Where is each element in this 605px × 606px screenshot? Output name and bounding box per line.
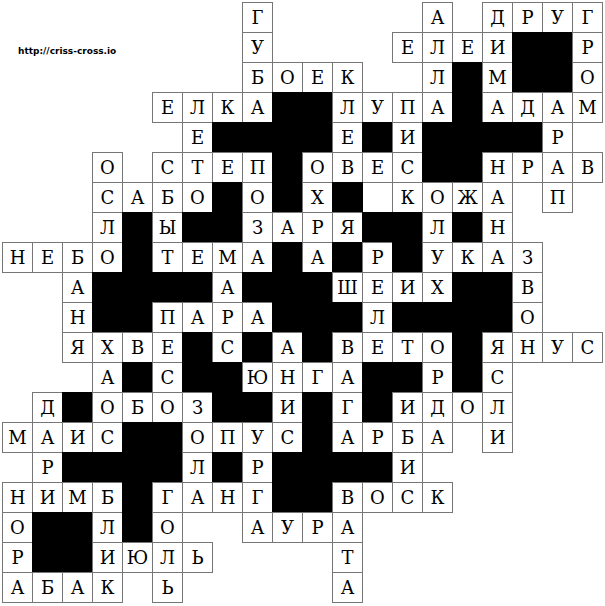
block-cell-r10-c4 <box>122 302 153 333</box>
letter-cell-r10-c17: О <box>512 302 543 333</box>
block-cell-r13-c7 <box>212 392 243 423</box>
block-cell-r13-c2 <box>62 392 93 423</box>
letter-cell-r17-c9: У <box>272 512 303 543</box>
letter-cell-r16-c2: М <box>62 482 93 513</box>
letter-cell-r10-c5: П <box>152 302 183 333</box>
letter-cell-r3-c12: У <box>362 92 393 123</box>
letter-cell-r7-c10: Р <box>302 212 333 243</box>
block-cell-r9-c4 <box>122 272 153 303</box>
letter-cell-r11-c5: Е <box>152 332 183 363</box>
letter-cell-r12-c9: Н <box>272 362 303 393</box>
letter-cell-r13-c11: Г <box>332 392 363 423</box>
block-cell-r3-c9 <box>272 92 303 123</box>
block-cell-r15-c12 <box>362 452 393 483</box>
letter-cell-r8-c16: А <box>482 242 513 273</box>
letter-cell-r11-c4: В <box>122 332 153 363</box>
letter-cell-r2-c16: М <box>482 62 513 93</box>
block-cell-r5-c9 <box>272 152 303 183</box>
letter-cell-r14-c1: А <box>32 422 63 453</box>
block-cell-r1-c17 <box>512 32 543 63</box>
block-cell-r9-c3 <box>92 272 123 303</box>
letter-cell-r13-c5: О <box>152 392 183 423</box>
letter-cell-r5-c13: С <box>392 152 423 183</box>
letter-cell-r3-c14: А <box>422 92 453 123</box>
block-cell-r4-c17 <box>512 122 543 153</box>
letter-cell-r0-c8: Г <box>242 2 273 33</box>
letter-cell-r2-c10: Е <box>302 62 333 93</box>
letter-cell-r19-c11: А <box>332 572 363 603</box>
block-cell-r9-c15 <box>452 272 483 303</box>
letter-cell-r6-c8: О <box>242 182 273 213</box>
letter-cell-r9-c2: А <box>62 272 93 303</box>
letter-cell-r8-c0: Н <box>2 242 33 273</box>
block-cell-r12-c4 <box>122 362 153 393</box>
letter-cell-r14-c6: О <box>182 422 213 453</box>
letter-cell-r8-c1: Е <box>32 242 63 273</box>
letter-cell-r15-c1: Р <box>32 452 63 483</box>
block-cell-r4-c8 <box>242 122 273 153</box>
letter-cell-r15-c13: И <box>392 452 423 483</box>
letter-cell-r3-c13: П <box>392 92 423 123</box>
letter-cell-r1-c14: Л <box>422 32 453 63</box>
block-cell-r10-c11 <box>332 302 363 333</box>
letter-cell-r16-c3: Б <box>92 482 123 513</box>
block-cell-r7-c12 <box>362 212 393 243</box>
letter-cell-r3-c5: Е <box>152 92 183 123</box>
letter-cell-r11-c2: Я <box>62 332 93 363</box>
letter-cell-r14-c16: И <box>482 422 513 453</box>
letter-cell-r3-c7: К <box>212 92 243 123</box>
block-cell-r10-c9 <box>272 302 303 333</box>
letter-cell-r7-c11: Я <box>332 212 363 243</box>
letter-cell-r4-c11: Е <box>332 122 363 153</box>
block-cell-r6-c11 <box>332 182 363 213</box>
block-cell-r14-c5 <box>152 422 183 453</box>
letter-cell-r19-c3: К <box>92 572 123 603</box>
block-cell-r13-c12 <box>362 392 393 423</box>
letter-cell-r14-c7: П <box>212 422 243 453</box>
letter-cell-r6-c13: К <box>392 182 423 213</box>
block-cell-r18-c2 <box>62 542 93 573</box>
letter-cell-r12-c11: А <box>332 362 363 393</box>
letter-cell-r16-c13: С <box>392 482 423 513</box>
block-cell-r6-c7 <box>212 182 243 213</box>
block-cell-r17-c2 <box>62 512 93 543</box>
letter-cell-r8-c2: Б <box>62 242 93 273</box>
letter-cell-r14-c14: А <box>422 422 453 453</box>
block-cell-r15-c3 <box>92 452 123 483</box>
block-cell-r8-c13 <box>392 242 423 273</box>
block-cell-r2-c15 <box>452 62 483 93</box>
block-cell-r10-c14 <box>422 302 453 333</box>
letter-cell-r8-c6: Е <box>182 242 213 273</box>
block-cell-r9-c16 <box>482 272 513 303</box>
letter-cell-r2-c8: Б <box>242 62 273 93</box>
letter-cell-r3-c17: Д <box>512 92 543 123</box>
block-cell-r15-c9 <box>272 452 303 483</box>
letter-cell-r2-c11: К <box>332 62 363 93</box>
letter-cell-r11-c16: Я <box>482 332 513 363</box>
letter-cell-r9-c11: Ш <box>332 272 363 303</box>
letter-cell-r11-c3: Х <box>92 332 123 363</box>
letter-cell-r3-c8: А <box>242 92 273 123</box>
letter-cell-r1-c19: Р <box>572 32 603 63</box>
block-cell-r16-c4 <box>122 482 153 513</box>
letter-cell-r16-c7: Н <box>212 482 243 513</box>
letter-cell-r2-c9: О <box>272 62 303 93</box>
letter-cell-r1-c15: Е <box>452 32 483 63</box>
letter-cell-r5-c7: Е <box>212 152 243 183</box>
letter-cell-r19-c2: А <box>62 572 93 603</box>
letter-cell-r9-c17: В <box>512 272 543 303</box>
block-cell-r14-c10 <box>302 422 333 453</box>
block-cell-r13-c10 <box>302 392 333 423</box>
letter-cell-r7-c14: Л <box>422 212 453 243</box>
letter-cell-r14-c11: А <box>332 422 363 453</box>
letter-cell-r1-c13: Е <box>392 32 423 63</box>
block-cell-r10-c16 <box>482 302 513 333</box>
letter-cell-r0-c16: Д <box>482 2 513 33</box>
letter-cell-r7-c3: Л <box>92 212 123 243</box>
letter-cell-r9-c13: И <box>392 272 423 303</box>
block-cell-r10-c13 <box>392 302 423 333</box>
letter-cell-r14-c8: У <box>242 422 273 453</box>
letter-cell-r7-c9: А <box>272 212 303 243</box>
letter-cell-r11-c11: В <box>332 332 363 363</box>
letter-cell-r11-c13: Т <box>392 332 423 363</box>
block-cell-r2-c17 <box>512 62 543 93</box>
letter-cell-r4-c18: Р <box>542 122 573 153</box>
letter-cell-r5-c12: Е <box>362 152 393 183</box>
letter-cell-r8-c5: Т <box>152 242 183 273</box>
letter-cell-r11-c17: Н <box>512 332 543 363</box>
letter-cell-r16-c0: Н <box>2 482 33 513</box>
letter-cell-r12-c8: Ю <box>242 362 273 393</box>
block-cell-r4-c14 <box>422 122 453 153</box>
block-cell-r11-c15 <box>452 332 483 363</box>
letter-cell-r18-c4: Ю <box>122 542 153 573</box>
letter-cell-r15-c8: Р <box>242 452 273 483</box>
block-cell-r15-c10 <box>302 452 333 483</box>
block-cell-r9-c5 <box>152 272 183 303</box>
letter-cell-r19-c0: А <box>2 572 33 603</box>
letter-cell-r18-c11: Т <box>332 542 363 573</box>
letter-cell-r5-c11: В <box>332 152 363 183</box>
block-cell-r6-c9 <box>272 182 303 213</box>
letter-cell-r5-c8: П <box>242 152 273 183</box>
letter-cell-r13-c1: Д <box>32 392 63 423</box>
block-cell-r5-c14 <box>422 152 453 183</box>
letter-cell-r12-c16: С <box>482 362 513 393</box>
block-cell-r15-c4 <box>122 452 153 483</box>
letter-cell-r12-c3: А <box>92 362 123 393</box>
block-cell-r15-c2 <box>62 452 93 483</box>
block-cell-r12-c6 <box>182 362 213 393</box>
block-cell-r7-c6 <box>182 212 213 243</box>
letter-cell-r6-c18: П <box>542 182 573 213</box>
block-cell-r14-c4 <box>122 422 153 453</box>
letter-cell-r19-c5: Ь <box>152 572 183 603</box>
letter-cell-r16-c1: И <box>32 482 63 513</box>
block-cell-r4-c9 <box>272 122 303 153</box>
block-cell-r8-c4 <box>122 242 153 273</box>
letter-cell-r18-c3: И <box>92 542 123 573</box>
letter-cell-r16-c11: В <box>332 482 363 513</box>
letter-cell-r2-c19: О <box>572 62 603 93</box>
block-cell-r12-c13 <box>392 362 423 393</box>
letter-cell-r19-c1: Б <box>32 572 63 603</box>
letter-cell-r18-c0: Р <box>2 542 33 573</box>
block-cell-r16-c9 <box>272 482 303 513</box>
letter-cell-r10-c2: Н <box>62 302 93 333</box>
letter-cell-r13-c6: З <box>182 392 213 423</box>
letter-cell-r5-c17: Р <box>512 152 543 183</box>
letter-cell-r0-c19: Г <box>572 2 603 33</box>
letter-cell-r6-c16: А <box>482 182 513 213</box>
letter-cell-r1-c16: И <box>482 32 513 63</box>
letter-cell-r11-c18: У <box>542 332 573 363</box>
letter-cell-r11-c12: Е <box>362 332 393 363</box>
letter-cell-r17-c11: А <box>332 512 363 543</box>
letter-cell-r17-c0: О <box>2 512 33 543</box>
block-cell-r17-c1 <box>32 512 63 543</box>
block-cell-r7-c13 <box>392 212 423 243</box>
letter-cell-r8-c7: М <box>212 242 243 273</box>
block-cell-r12-c15 <box>452 362 483 393</box>
letter-cell-r14-c3: С <box>92 422 123 453</box>
block-cell-r18-c1 <box>32 542 63 573</box>
block-cell-r12-c7 <box>212 362 243 393</box>
letter-cell-r16-c5: Г <box>152 482 183 513</box>
letter-cell-r14-c13: Б <box>392 422 423 453</box>
letter-cell-r8-c8: А <box>242 242 273 273</box>
letter-cell-r10-c6: А <box>182 302 213 333</box>
block-cell-r10-c3 <box>92 302 123 333</box>
letter-cell-r12-c10: Г <box>302 362 333 393</box>
letter-cell-r6-c4: А <box>122 182 153 213</box>
letter-cell-r16-c6: А <box>182 482 213 513</box>
block-cell-r16-c10 <box>302 482 333 513</box>
letter-cell-r12-c14: Р <box>422 362 453 393</box>
block-cell-r8-c11 <box>332 242 363 273</box>
block-cell-r7-c7 <box>212 212 243 243</box>
letter-cell-r3-c18: А <box>542 92 573 123</box>
block-cell-r1-c18 <box>542 32 573 63</box>
letter-cell-r14-c9: С <box>272 422 303 453</box>
letter-cell-r13-c13: И <box>392 392 423 423</box>
block-cell-r13-c8 <box>242 392 273 423</box>
letter-cell-r5-c3: О <box>92 152 123 183</box>
block-cell-r9-c10 <box>302 272 333 303</box>
block-cell-r11-c6 <box>182 332 213 363</box>
block-cell-r10-c15 <box>452 302 483 333</box>
letter-cell-r18-c6: Ь <box>182 542 213 573</box>
block-cell-r17-c4 <box>122 512 153 543</box>
letter-cell-r10-c8: А <box>242 302 273 333</box>
block-cell-r2-c18 <box>542 62 573 93</box>
letter-cell-r0-c14: А <box>422 2 453 33</box>
block-cell-r4-c7 <box>212 122 243 153</box>
letter-cell-r5-c18: А <box>542 152 573 183</box>
letter-cell-r8-c3: О <box>92 242 123 273</box>
letter-cell-r11-c19: С <box>572 332 603 363</box>
puzzle-canvas: http://criss-cross.io ГАДРУГУЕЛЕИРБОЕКЛМ… <box>0 0 605 606</box>
letter-cell-r14-c12: Р <box>362 422 393 453</box>
letter-cell-r14-c0: М <box>2 422 33 453</box>
letter-cell-r5-c16: Н <box>482 152 513 183</box>
letter-cell-r10-c12: Л <box>362 302 393 333</box>
letter-cell-r5-c19: В <box>572 152 603 183</box>
letter-cell-r17-c10: Р <box>302 512 333 543</box>
letter-cell-r17-c3: Л <box>92 512 123 543</box>
letter-cell-r13-c16: Л <box>482 392 513 423</box>
block-cell-r3-c15 <box>452 92 483 123</box>
letter-cell-r8-c12: Р <box>362 242 393 273</box>
letter-cell-r16-c8: Г <box>242 482 273 513</box>
block-cell-r11-c10 <box>302 332 333 363</box>
letter-cell-r0-c18: У <box>542 2 573 33</box>
letter-cell-r6-c6: О <box>182 182 213 213</box>
block-cell-r4-c10 <box>302 122 333 153</box>
letter-cell-r3-c6: Л <box>182 92 213 123</box>
block-cell-r4-c16 <box>482 122 513 153</box>
letter-cell-r9-c12: Е <box>362 272 393 303</box>
letter-cell-r6-c5: Б <box>152 182 183 213</box>
letter-cell-r16-c12: О <box>362 482 393 513</box>
block-cell-r10-c10 <box>302 302 333 333</box>
letter-cell-r13-c15: О <box>452 392 483 423</box>
letter-cell-r18-c5: Л <box>152 542 183 573</box>
letter-cell-r7-c8: З <box>242 212 273 243</box>
block-cell-r12-c12 <box>362 362 393 393</box>
letter-cell-r5-c5: С <box>152 152 183 183</box>
letter-cell-r8-c14: У <box>422 242 453 273</box>
letter-cell-r11-c7: С <box>212 332 243 363</box>
block-cell-r4-c15 <box>452 122 483 153</box>
letter-cell-r7-c16: Н <box>482 212 513 243</box>
crossword-grid: ГАДРУГУЕЛЕИРБОЕКЛМОЕЛКАЛУПААДАМЕЕИРОСТЕП… <box>0 0 605 606</box>
block-cell-r15-c7 <box>212 452 243 483</box>
letter-cell-r13-c3: О <box>92 392 123 423</box>
letter-cell-r13-c4: Б <box>122 392 153 423</box>
block-cell-r9-c6 <box>182 272 213 303</box>
letter-cell-r7-c5: Ы <box>152 212 183 243</box>
letter-cell-r11-c14: О <box>422 332 453 363</box>
block-cell-r5-c15 <box>452 152 483 183</box>
letter-cell-r17-c8: А <box>242 512 273 543</box>
letter-cell-r4-c13: И <box>392 122 423 153</box>
letter-cell-r11-c9: А <box>272 332 303 363</box>
letter-cell-r8-c17: З <box>512 242 543 273</box>
block-cell-r9-c9 <box>272 272 303 303</box>
letter-cell-r17-c5: О <box>152 512 183 543</box>
block-cell-r15-c11 <box>332 452 363 483</box>
letter-cell-r8-c15: К <box>452 242 483 273</box>
letter-cell-r5-c6: Т <box>182 152 213 183</box>
block-cell-r9-c8 <box>242 272 273 303</box>
block-cell-r7-c4 <box>122 212 153 243</box>
letter-cell-r9-c14: Х <box>422 272 453 303</box>
letter-cell-r13-c14: Д <box>422 392 453 423</box>
letter-cell-r16-c14: К <box>422 482 453 513</box>
letter-cell-r3-c19: М <box>572 92 603 123</box>
letter-cell-r5-c10: О <box>302 152 333 183</box>
block-cell-r3-c10 <box>302 92 333 123</box>
letter-cell-r4-c6: Е <box>182 122 213 153</box>
letter-cell-r0-c17: Р <box>512 2 543 33</box>
letter-cell-r9-c7: А <box>212 272 243 303</box>
block-cell-r7-c15 <box>452 212 483 243</box>
letter-cell-r14-c2: И <box>62 422 93 453</box>
block-cell-r8-c9 <box>272 242 303 273</box>
block-cell-r15-c5 <box>152 452 183 483</box>
letter-cell-r6-c10: Х <box>302 182 333 213</box>
letter-cell-r10-c7: Р <box>212 302 243 333</box>
block-cell-r4-c12 <box>362 122 393 153</box>
letter-cell-r6-c14: О <box>422 182 453 213</box>
letter-cell-r2-c14: Л <box>422 62 453 93</box>
block-cell-r11-c8 <box>242 332 273 363</box>
letter-cell-r15-c6: Л <box>182 452 213 483</box>
letter-cell-r6-c15: Ж <box>452 182 483 213</box>
letter-cell-r8-c10: А <box>302 242 333 273</box>
letter-cell-r1-c8: У <box>242 32 273 63</box>
letter-cell-r6-c3: С <box>92 182 123 213</box>
letter-cell-r12-c5: С <box>152 362 183 393</box>
letter-cell-r3-c11: Л <box>332 92 363 123</box>
letter-cell-r13-c9: И <box>272 392 303 423</box>
letter-cell-r3-c16: А <box>482 92 513 123</box>
